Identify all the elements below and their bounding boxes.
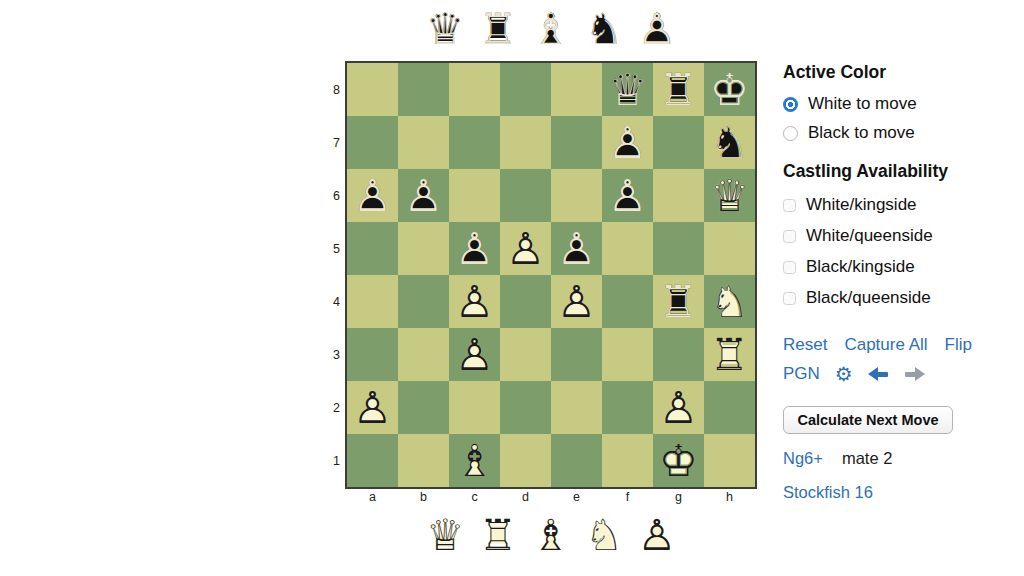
square-g2[interactable]: ♟♙ <box>653 381 704 434</box>
square-f4[interactable] <box>602 275 653 328</box>
piece-outline: ♙ <box>449 275 500 328</box>
redo-arrow-shaft <box>905 372 916 377</box>
piece-outline: ♙ <box>500 222 551 275</box>
square-g7[interactable] <box>653 116 704 169</box>
reset-link[interactable]: Reset <box>783 335 827 355</box>
castling-heading: Castling Availability <box>783 161 1019 182</box>
rank-label-5: 5 <box>322 222 340 275</box>
piece-outline: ♔ <box>653 434 704 487</box>
piece-outline: ♙ <box>633 509 681 561</box>
rank-label-1: 1 <box>322 434 340 487</box>
square-e4[interactable]: ♟♙ <box>551 275 602 328</box>
rank-label-8: 8 <box>322 63 340 116</box>
black-queen[interactable]: ♛♕ <box>602 63 653 116</box>
calculate-next-move-button[interactable]: Calculate Next Move <box>783 406 953 434</box>
redo-arrow-head <box>915 367 925 381</box>
piece-outline: ♘ <box>580 509 628 561</box>
piece-outline: ♙ <box>449 328 500 381</box>
square-b1[interactable] <box>398 434 449 487</box>
black-rook[interactable]: ♜♖ <box>653 63 704 116</box>
square-g5[interactable] <box>653 222 704 275</box>
square-c6[interactable] <box>449 169 500 222</box>
piece-outline: ♗ <box>527 3 575 55</box>
checkbox-row-white-queenside[interactable]: White/queenside <box>783 226 1019 246</box>
square-d8[interactable] <box>500 63 551 116</box>
pgn-link[interactable]: PGN <box>783 364 820 384</box>
square-d3[interactable] <box>500 328 551 381</box>
black-pawn[interactable]: ♟♙ <box>398 169 449 222</box>
undo-arrow-shaft <box>877 372 888 377</box>
checkbox-black-kingside-label[interactable]: Black/kingside <box>806 257 915 277</box>
square-b5[interactable] <box>398 222 449 275</box>
square-e1[interactable] <box>551 434 602 487</box>
file-label-b: b <box>398 490 449 504</box>
black-king[interactable]: ♚♔ <box>704 63 755 116</box>
square-h2[interactable] <box>704 381 755 434</box>
spare-black-knight[interactable]: ♞♘ <box>580 3 628 55</box>
black-pawn[interactable]: ♟♙ <box>449 222 500 275</box>
square-g1[interactable]: ♚♔ <box>653 434 704 487</box>
square-d7[interactable] <box>500 116 551 169</box>
spare-black-pawn[interactable]: ♟♙ <box>633 3 681 55</box>
spare-white-rook[interactable]: ♜♖ <box>474 509 522 561</box>
checkbox-white-kingside-label[interactable]: White/kingside <box>806 195 917 215</box>
engine-name-row: Stockfish 16 <box>783 483 1019 502</box>
file-label-c: c <box>449 490 500 504</box>
piece-outline: ♙ <box>347 169 398 222</box>
square-d5[interactable]: ♟♙ <box>500 222 551 275</box>
piece-outline: ♖ <box>704 328 755 381</box>
square-c4[interactable]: ♟♙ <box>449 275 500 328</box>
rank-labels: 87654321 <box>322 63 340 487</box>
spare-white-pawn[interactable]: ♟♙ <box>633 509 681 561</box>
square-c7[interactable] <box>449 116 500 169</box>
square-f3[interactable] <box>602 328 653 381</box>
square-h4[interactable]: ♞♘ <box>704 275 755 328</box>
black-rook[interactable]: ♜♖ <box>653 275 704 328</box>
white-pawn[interactable]: ♟♙ <box>500 222 551 275</box>
black-pawn[interactable]: ♟♙ <box>602 116 653 169</box>
square-h6[interactable]: ♛♕ <box>704 169 755 222</box>
square-f5[interactable] <box>602 222 653 275</box>
piece-outline: ♕ <box>704 169 755 222</box>
capture-all-link[interactable]: Capture All <box>844 335 927 355</box>
square-a5[interactable] <box>347 222 398 275</box>
piece-outline: ♔ <box>704 63 755 116</box>
position-settings-panel: Active Color White to move Black to move… <box>783 62 1019 502</box>
best-move-link[interactable]: Ng6+ <box>783 449 823 468</box>
checkbox-black-queenside[interactable] <box>783 292 796 305</box>
white-pawn[interactable]: ♟♙ <box>449 328 500 381</box>
active-color-heading: Active Color <box>783 62 1019 83</box>
spare-black-bishop[interactable]: ♝♗ <box>527 3 575 55</box>
checkbox-white-queenside-label[interactable]: White/queenside <box>806 226 933 246</box>
square-h7[interactable]: ♞♘ <box>704 116 755 169</box>
square-h1[interactable] <box>704 434 755 487</box>
rank-label-4: 4 <box>322 275 340 328</box>
square-a2[interactable]: ♟♙ <box>347 381 398 434</box>
square-h3[interactable]: ♜♖ <box>704 328 755 381</box>
spare-white-knight[interactable]: ♞♘ <box>580 509 628 561</box>
piece-outline: ♖ <box>474 509 522 561</box>
black-pawn[interactable]: ♟♙ <box>602 169 653 222</box>
checkbox-row-black-queenside[interactable]: Black/queenside <box>783 288 1019 308</box>
square-e6[interactable] <box>551 169 602 222</box>
file-label-g: g <box>653 490 704 504</box>
file-label-e: e <box>551 490 602 504</box>
square-a3[interactable] <box>347 328 398 381</box>
piece-outline: ♙ <box>398 169 449 222</box>
square-g8[interactable]: ♜♖ <box>653 63 704 116</box>
flip-link[interactable]: Flip <box>945 335 972 355</box>
black-pawn[interactable]: ♟♙ <box>551 222 602 275</box>
square-e2[interactable] <box>551 381 602 434</box>
square-g4[interactable]: ♜♖ <box>653 275 704 328</box>
square-c2[interactable] <box>449 381 500 434</box>
square-a4[interactable] <box>347 275 398 328</box>
spare-pieces-white: ♛♕♜♖♝♗♞♘♟♙ <box>347 508 755 562</box>
chess-board: ♛♕♜♖♚♔♟♙♞♘♟♙♟♙♟♙♛♕♟♙♟♙♟♙♟♙♟♙♜♖♞♘♟♙♜♖♟♙♟♙… <box>345 61 757 489</box>
radio-black-to-move[interactable] <box>783 126 798 141</box>
piece-outline: ♖ <box>474 3 522 55</box>
spare-white-queen[interactable]: ♛♕ <box>421 509 469 561</box>
file-labels: abcdefgh <box>347 490 755 504</box>
radio-white-to-move-label[interactable]: White to move <box>808 94 917 114</box>
square-b4[interactable] <box>398 275 449 328</box>
square-a6[interactable]: ♟♙ <box>347 169 398 222</box>
white-pawn[interactable]: ♟♙ <box>653 381 704 434</box>
square-a7[interactable] <box>347 116 398 169</box>
engine-name-link[interactable]: Stockfish 16 <box>783 483 873 501</box>
square-b3[interactable] <box>398 328 449 381</box>
square-f6[interactable]: ♟♙ <box>602 169 653 222</box>
square-f2[interactable] <box>602 381 653 434</box>
square-b2[interactable] <box>398 381 449 434</box>
square-b8[interactable] <box>398 63 449 116</box>
file-label-a: a <box>347 490 398 504</box>
square-c1[interactable]: ♝♗ <box>449 434 500 487</box>
piece-outline: ♙ <box>347 381 398 434</box>
piece-outline: ♙ <box>551 275 602 328</box>
spare-black-rook[interactable]: ♜♖ <box>474 3 522 55</box>
square-h5[interactable] <box>704 222 755 275</box>
checkbox-row-white-kingside[interactable]: White/kingside <box>783 195 1019 215</box>
white-queen[interactable]: ♛♕ <box>704 169 755 222</box>
piece-outline: ♖ <box>653 275 704 328</box>
square-d6[interactable] <box>500 169 551 222</box>
piece-outline: ♗ <box>527 509 575 561</box>
spare-pieces-black: ♛♕♜♖♝♗♞♘♟♙ <box>347 2 755 56</box>
spare-black-queen[interactable]: ♛♕ <box>421 3 469 55</box>
white-pawn[interactable]: ♟♙ <box>449 275 500 328</box>
radio-black-to-move-label[interactable]: Black to move <box>808 123 915 143</box>
square-f7[interactable]: ♟♙ <box>602 116 653 169</box>
white-bishop[interactable]: ♝♗ <box>449 434 500 487</box>
checkbox-white-kingside[interactable] <box>783 199 796 212</box>
piece-outline: ♘ <box>704 116 755 169</box>
square-d4[interactable] <box>500 275 551 328</box>
square-f1[interactable] <box>602 434 653 487</box>
checkbox-row-black-kingside[interactable]: Black/kingside <box>783 257 1019 277</box>
black-pawn[interactable]: ♟♙ <box>347 169 398 222</box>
checkbox-black-kingside[interactable] <box>783 261 796 274</box>
square-b7[interactable] <box>398 116 449 169</box>
gear-icon[interactable]: ⚙ <box>835 364 853 384</box>
white-knight[interactable]: ♞♘ <box>704 275 755 328</box>
piece-outline: ♕ <box>421 509 469 561</box>
square-a8[interactable] <box>347 63 398 116</box>
piece-outline: ♙ <box>653 381 704 434</box>
engine-result-row: Ng6+ mate 2 <box>783 449 1019 468</box>
board-actions-row: Reset Capture All Flip <box>783 335 1019 355</box>
piece-outline: ♖ <box>653 63 704 116</box>
square-e8[interactable] <box>551 63 602 116</box>
square-g3[interactable] <box>653 328 704 381</box>
checkbox-black-queenside-label[interactable]: Black/queenside <box>806 288 931 308</box>
white-rook[interactable]: ♜♖ <box>704 328 755 381</box>
square-d2[interactable] <box>500 381 551 434</box>
radio-row-black-to-move[interactable]: Black to move <box>783 123 1019 143</box>
square-b6[interactable]: ♟♙ <box>398 169 449 222</box>
piece-outline: ♙ <box>602 169 653 222</box>
radio-row-white-to-move[interactable]: White to move <box>783 94 1019 114</box>
square-c5[interactable]: ♟♙ <box>449 222 500 275</box>
file-label-f: f <box>602 490 653 504</box>
rank-label-6: 6 <box>322 169 340 222</box>
square-c3[interactable]: ♟♙ <box>449 328 500 381</box>
square-f8[interactable]: ♛♕ <box>602 63 653 116</box>
piece-outline: ♙ <box>633 3 681 55</box>
square-h8[interactable]: ♚♔ <box>704 63 755 116</box>
file-label-d: d <box>500 490 551 504</box>
piece-outline: ♘ <box>580 3 628 55</box>
checkbox-white-queenside[interactable] <box>783 230 796 243</box>
piece-outline: ♕ <box>602 63 653 116</box>
square-c8[interactable] <box>449 63 500 116</box>
rank-label-2: 2 <box>322 381 340 434</box>
square-a1[interactable] <box>347 434 398 487</box>
square-e7[interactable] <box>551 116 602 169</box>
pgn-actions-row: PGN ⚙ <box>783 364 1019 384</box>
square-g6[interactable] <box>653 169 704 222</box>
white-pawn[interactable]: ♟♙ <box>347 381 398 434</box>
redo-arrow-icon[interactable] <box>904 367 925 381</box>
piece-outline: ♙ <box>449 222 500 275</box>
radio-white-to-move[interactable] <box>783 97 798 112</box>
calc-button-wrap: Calculate Next Move <box>783 406 1019 434</box>
evaluation-text: mate 2 <box>842 449 892 468</box>
piece-outline: ♙ <box>551 222 602 275</box>
square-e3[interactable] <box>551 328 602 381</box>
square-d1[interactable] <box>500 434 551 487</box>
piece-outline: ♘ <box>704 275 755 328</box>
rank-label-3: 3 <box>322 328 340 381</box>
rank-label-7: 7 <box>322 116 340 169</box>
spare-white-bishop[interactable]: ♝♗ <box>527 509 575 561</box>
black-knight[interactable]: ♞♘ <box>704 116 755 169</box>
white-pawn[interactable]: ♟♙ <box>551 275 602 328</box>
piece-outline: ♕ <box>421 3 469 55</box>
square-e5[interactable]: ♟♙ <box>551 222 602 275</box>
white-king[interactable]: ♚♔ <box>653 434 704 487</box>
piece-outline: ♗ <box>449 434 500 487</box>
piece-outline: ♙ <box>602 116 653 169</box>
undo-arrow-icon[interactable] <box>868 367 889 381</box>
file-label-h: h <box>704 490 755 504</box>
